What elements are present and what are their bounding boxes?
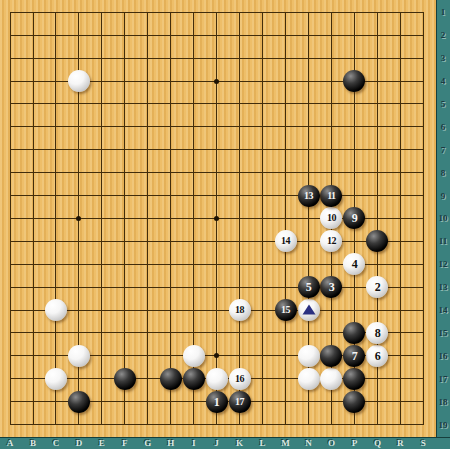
grid-line-horizontal (10, 424, 424, 425)
stone-move-number: 5 (306, 281, 312, 293)
stone-P12[interactable]: 4 (343, 253, 365, 275)
row-label-11: 11 (439, 236, 448, 246)
stone-N9[interactable]: 13 (298, 185, 320, 207)
grid-line-vertical (101, 12, 102, 425)
stone-D18[interactable] (68, 391, 90, 413)
col-label-O: O (328, 438, 335, 448)
stone-move-number: 17 (235, 397, 244, 407)
stone-Q13[interactable]: 2 (366, 276, 388, 298)
stone-move-number: 16 (235, 374, 244, 384)
grid-line-vertical (55, 12, 56, 425)
grid-line-vertical (33, 12, 34, 425)
row-label-16: 16 (439, 351, 448, 361)
grid-line-vertical (262, 12, 263, 425)
col-label-G: G (144, 438, 151, 448)
stone-move-number: 4 (352, 258, 358, 270)
col-label-M: M (281, 438, 290, 448)
stone-K17[interactable]: 16 (229, 368, 251, 390)
row-label-13: 13 (439, 282, 448, 292)
stone-move-number: 6 (375, 350, 381, 362)
grid-line-horizontal (10, 35, 424, 36)
row-label-5: 5 (441, 99, 446, 109)
row-label-15: 15 (439, 328, 448, 338)
row-label-2: 2 (441, 30, 446, 40)
stone-P15[interactable] (343, 322, 365, 344)
grid-line-vertical (147, 12, 148, 425)
row-label-18: 18 (439, 397, 448, 407)
stone-D16[interactable] (68, 345, 90, 367)
row-label-6: 6 (441, 122, 446, 132)
stone-move-number: 10 (327, 213, 336, 223)
stone-move-number: 13 (304, 191, 313, 201)
stone-O11[interactable]: 12 (320, 230, 342, 252)
col-label-K: K (236, 438, 243, 448)
star-point (76, 216, 81, 221)
row-label-14: 14 (439, 305, 448, 315)
grid-line-horizontal (10, 126, 424, 127)
stone-M11[interactable]: 14 (275, 230, 297, 252)
star-point (214, 353, 219, 358)
star-point (214, 79, 219, 84)
stone-K14[interactable]: 18 (229, 299, 251, 321)
grid-line-vertical (170, 12, 171, 425)
stone-N16[interactable] (298, 345, 320, 367)
stone-J18[interactable]: 1 (206, 391, 228, 413)
column-labels-strip (0, 437, 450, 449)
stone-move-number: 11 (327, 191, 335, 201)
stone-Q16[interactable]: 6 (366, 345, 388, 367)
col-label-P: P (352, 438, 358, 448)
stone-move-number: 3 (329, 281, 335, 293)
stone-P4[interactable] (343, 70, 365, 92)
stone-P16[interactable]: 7 (343, 345, 365, 367)
stone-move-number: 8 (375, 327, 381, 339)
stone-N14[interactable] (298, 299, 320, 321)
col-label-D: D (76, 438, 83, 448)
grid-line-horizontal (10, 241, 424, 242)
col-label-E: E (99, 438, 105, 448)
stone-C17[interactable] (45, 368, 67, 390)
grid-line-horizontal (10, 12, 424, 13)
grid-line-horizontal (10, 172, 424, 173)
stone-Q15[interactable]: 8 (366, 322, 388, 344)
grid-line-horizontal (10, 195, 424, 196)
stone-J17[interactable] (206, 368, 228, 390)
stone-P18[interactable] (343, 391, 365, 413)
stone-move-number: 15 (281, 305, 290, 315)
stone-P17[interactable] (343, 368, 365, 390)
row-label-10: 10 (439, 213, 448, 223)
col-label-C: C (53, 438, 60, 448)
stone-move-number: 9 (352, 212, 358, 224)
col-label-R: R (397, 438, 404, 448)
stone-O9[interactable]: 11 (320, 185, 342, 207)
row-label-1: 1 (441, 7, 446, 17)
stone-H17[interactable] (160, 368, 182, 390)
col-label-J: J (214, 438, 219, 448)
col-label-Q: Q (374, 438, 381, 448)
grid-line-vertical (285, 12, 286, 425)
stone-move-number: 14 (281, 236, 290, 246)
stone-M14[interactable]: 15 (275, 299, 297, 321)
stone-F17[interactable] (114, 368, 136, 390)
row-label-17: 17 (439, 374, 448, 384)
stone-move-number: 7 (352, 350, 358, 362)
stone-O17[interactable] (320, 368, 342, 390)
grid-line-vertical (239, 12, 240, 425)
stone-move-number: 2 (375, 281, 381, 293)
stone-K18[interactable]: 17 (229, 391, 251, 413)
col-label-L: L (260, 438, 266, 448)
row-label-3: 3 (441, 53, 446, 63)
stone-C14[interactable] (45, 299, 67, 321)
stone-O13[interactable]: 3 (320, 276, 342, 298)
stone-O10[interactable]: 10 (320, 207, 342, 229)
col-label-S: S (421, 438, 426, 448)
col-label-N: N (305, 438, 312, 448)
stone-N17[interactable] (298, 368, 320, 390)
grid-line-vertical (423, 12, 424, 425)
col-label-B: B (30, 438, 36, 448)
col-label-I: I (192, 438, 196, 448)
row-label-7: 7 (441, 145, 446, 155)
stone-O16[interactable] (320, 345, 342, 367)
star-point (214, 216, 219, 221)
grid-line-vertical (400, 12, 401, 425)
go-diagram: 123456789101112131415161718 ABCDEFGHIJKL… (0, 0, 450, 449)
stone-P10[interactable]: 9 (343, 207, 365, 229)
stone-I17[interactable] (183, 368, 205, 390)
row-label-8: 8 (441, 168, 446, 178)
triangle-marker-icon (298, 299, 320, 321)
stone-move-number: 18 (235, 305, 244, 315)
col-label-F: F (122, 438, 128, 448)
grid-line-horizontal (10, 310, 424, 311)
grid-line-vertical (10, 12, 11, 425)
grid-line-horizontal (10, 287, 424, 288)
stone-move-number: 12 (327, 236, 336, 246)
grid-line-vertical (124, 12, 125, 425)
row-label-4: 4 (441, 76, 446, 86)
stone-D4[interactable] (68, 70, 90, 92)
stone-Q11[interactable] (366, 230, 388, 252)
stone-N13[interactable]: 5 (298, 276, 320, 298)
row-label-9: 9 (441, 191, 446, 201)
board-surface[interactable]: 123456789101112131415161718 (0, 0, 436, 437)
stone-move-number: 1 (214, 396, 220, 408)
grid-line-horizontal (10, 103, 424, 104)
grid-line-horizontal (10, 58, 424, 59)
stone-I16[interactable] (183, 345, 205, 367)
grid-line-horizontal (10, 149, 424, 150)
col-label-A: A (7, 438, 14, 448)
row-label-12: 12 (439, 259, 448, 269)
col-label-H: H (167, 438, 174, 448)
row-label-19: 19 (439, 420, 448, 430)
